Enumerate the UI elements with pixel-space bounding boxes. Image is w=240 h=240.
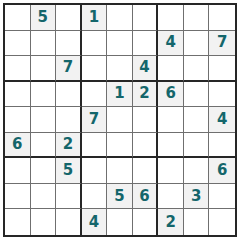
sudoku-cell-empty-r3c5[interactable] [107, 56, 133, 82]
sudoku-cell-empty-r6c6[interactable] [133, 133, 159, 159]
sudoku-cell-empty-r2c6[interactable] [133, 31, 159, 57]
sudoku-cell-given-r2c7: 4 [158, 31, 184, 57]
sudoku-cell-given-r8c6: 6 [133, 184, 159, 210]
sudoku-cell-empty-r6c5[interactable] [107, 133, 133, 159]
sudoku-cell-empty-r5c6[interactable] [133, 107, 159, 133]
sudoku-cell-empty-r4c1[interactable] [5, 82, 31, 108]
sudoku-cell-given-r2c9: 7 [209, 31, 235, 57]
sudoku-cell-empty-r7c7[interactable] [158, 158, 184, 184]
sudoku-cell-empty-r4c8[interactable] [184, 82, 210, 108]
sudoku-cell-empty-r2c5[interactable] [107, 31, 133, 57]
sudoku-cell-empty-r3c2[interactable] [31, 56, 57, 82]
sudoku-cell-empty-r5c2[interactable] [31, 107, 57, 133]
sudoku-cell-empty-r5c7[interactable] [158, 107, 184, 133]
sudoku-cell-empty-r9c8[interactable] [184, 209, 210, 235]
sudoku-cell-empty-r9c5[interactable] [107, 209, 133, 235]
sudoku-cell-empty-r2c4[interactable] [82, 31, 108, 57]
sudoku-cell-empty-r1c6[interactable] [133, 5, 159, 31]
sudoku-cell-empty-r3c7[interactable] [158, 56, 184, 82]
sudoku-cell-empty-r2c2[interactable] [31, 31, 57, 57]
sudoku-cell-empty-r7c2[interactable] [31, 158, 57, 184]
sudoku-cell-empty-r1c7[interactable] [158, 5, 184, 31]
sudoku-cell-empty-r5c5[interactable] [107, 107, 133, 133]
sudoku-cell-given-r7c9: 6 [209, 158, 235, 184]
sudoku-cell-empty-r1c9[interactable] [209, 5, 235, 31]
sudoku-cell-empty-r3c9[interactable] [209, 56, 235, 82]
sudoku-cell-empty-r6c9[interactable] [209, 133, 235, 159]
sudoku-cell-empty-r6c7[interactable] [158, 133, 184, 159]
sudoku-cell-given-r1c4: 1 [82, 5, 108, 31]
sudoku-cell-empty-r6c8[interactable] [184, 133, 210, 159]
sudoku-cell-given-r7c3: 5 [56, 158, 82, 184]
sudoku-cell-empty-r2c1[interactable] [5, 31, 31, 57]
sudoku-cell-given-r4c5: 1 [107, 82, 133, 108]
sudoku-cell-empty-r7c5[interactable] [107, 158, 133, 184]
sudoku-cell-given-r9c7: 2 [158, 209, 184, 235]
sudoku-cell-empty-r7c4[interactable] [82, 158, 108, 184]
sudoku-cell-empty-r5c3[interactable] [56, 107, 82, 133]
sudoku-cell-given-r8c5: 5 [107, 184, 133, 210]
sudoku-cell-empty-r5c8[interactable] [184, 107, 210, 133]
sudoku-cell-empty-r2c8[interactable] [184, 31, 210, 57]
sudoku-cell-given-r6c1: 6 [5, 133, 31, 159]
sudoku-cell-empty-r6c4[interactable] [82, 133, 108, 159]
sudoku-cell-empty-r8c9[interactable] [209, 184, 235, 210]
sudoku-cell-empty-r4c9[interactable] [209, 82, 235, 108]
sudoku-cell-empty-r9c3[interactable] [56, 209, 82, 235]
sudoku-cell-empty-r7c6[interactable] [133, 158, 159, 184]
sudoku-cell-empty-r1c3[interactable] [56, 5, 82, 31]
sudoku-cell-empty-r9c1[interactable] [5, 209, 31, 235]
sudoku-cell-empty-r1c8[interactable] [184, 5, 210, 31]
sudoku-cell-given-r9c4: 4 [82, 209, 108, 235]
sudoku-cell-empty-r7c1[interactable] [5, 158, 31, 184]
sudoku-cell-given-r5c4: 7 [82, 107, 108, 133]
sudoku-cell-empty-r8c3[interactable] [56, 184, 82, 210]
sudoku-cell-empty-r2c3[interactable] [56, 31, 82, 57]
sudoku-cell-empty-r4c2[interactable] [31, 82, 57, 108]
sudoku-cell-empty-r9c9[interactable] [209, 209, 235, 235]
sudoku-cell-empty-r8c2[interactable] [31, 184, 57, 210]
sudoku-cell-empty-r1c1[interactable] [5, 5, 31, 31]
sudoku-cell-empty-r4c4[interactable] [82, 82, 108, 108]
sudoku-cell-empty-r6c2[interactable] [31, 133, 57, 159]
sudoku-board: 51477412674625656342 [3, 3, 237, 237]
sudoku-cell-given-r4c7: 6 [158, 82, 184, 108]
sudoku-cell-empty-r3c4[interactable] [82, 56, 108, 82]
sudoku-cell-empty-r9c2[interactable] [31, 209, 57, 235]
sudoku-cell-empty-r4c3[interactable] [56, 82, 82, 108]
sudoku-cell-empty-r8c7[interactable] [158, 184, 184, 210]
sudoku-cell-empty-r1c5[interactable] [107, 5, 133, 31]
sudoku-cell-given-r3c3: 7 [56, 56, 82, 82]
sudoku-cell-empty-r8c4[interactable] [82, 184, 108, 210]
sudoku-cell-given-r8c8: 3 [184, 184, 210, 210]
sudoku-cell-given-r6c3: 2 [56, 133, 82, 159]
sudoku-cell-given-r5c9: 4 [209, 107, 235, 133]
sudoku-cell-given-r4c6: 2 [133, 82, 159, 108]
sudoku-cell-given-r3c6: 4 [133, 56, 159, 82]
sudoku-cell-empty-r8c1[interactable] [5, 184, 31, 210]
sudoku-cell-empty-r7c8[interactable] [184, 158, 210, 184]
sudoku-cell-given-r1c2: 5 [31, 5, 57, 31]
sudoku-cell-empty-r3c1[interactable] [5, 56, 31, 82]
sudoku-cell-empty-r5c1[interactable] [5, 107, 31, 133]
sudoku-cell-empty-r3c8[interactable] [184, 56, 210, 82]
sudoku-cell-empty-r9c6[interactable] [133, 209, 159, 235]
